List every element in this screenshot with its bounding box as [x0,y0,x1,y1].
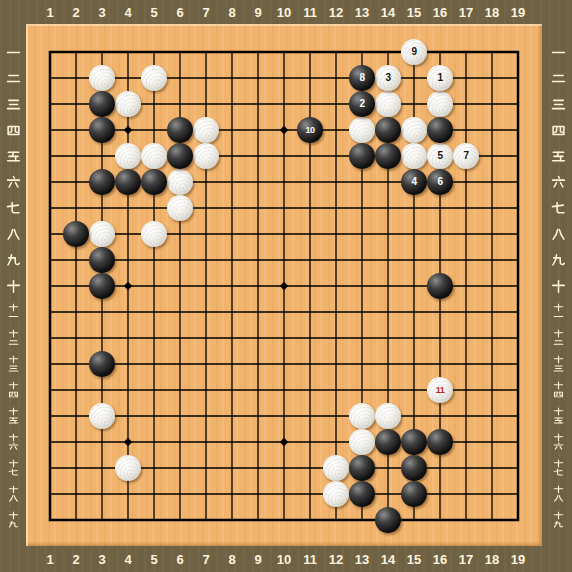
stone-white-15-1: 9 [401,39,427,65]
stone-white-16-3 [427,91,453,117]
move-number: 1 [437,73,442,83]
stone-white-3-15 [89,403,115,429]
coord-left-2 [0,65,26,91]
coord-right-13 [544,351,572,377]
stone-white-15-4 [401,117,427,143]
coord-top-8: 8 [219,0,245,24]
stone-white-13-16 [349,429,375,455]
stone-white-4-17 [115,455,141,481]
goban[interactable]: 1357911821046 [26,24,542,546]
coord-left-15 [0,403,26,429]
coord-top-1: 1 [37,0,63,24]
stone-white-6-6 [167,169,193,195]
left-coordinates [0,39,26,533]
top-coordinates: 12345678910111213141516171819 [37,0,531,24]
stone-black-3-9 [89,247,115,273]
stone-black-3-6 [89,169,115,195]
coord-right-17 [544,455,572,481]
coord-right-9 [544,247,572,273]
coord-left-12 [0,325,26,351]
stone-black-15-16 [401,429,427,455]
coord-left-19 [0,507,26,533]
stone-white-13-15 [349,403,375,429]
coord-top-12: 12 [323,0,349,24]
stone-black-14-4 [375,117,401,143]
coord-left-1 [0,39,26,65]
stone-black-3-3 [89,91,115,117]
coord-left-6 [0,169,26,195]
stone-white-5-2 [141,65,167,91]
coord-bottom-4: 4 [115,546,141,572]
coord-right-6 [544,169,572,195]
stone-white-12-18 [323,481,349,507]
coord-bottom-13: 13 [349,546,375,572]
stone-white-4-3 [115,91,141,117]
stone-white-13-4 [349,117,375,143]
coord-right-7 [544,195,572,221]
coord-top-4: 4 [115,0,141,24]
coord-left-3 [0,91,26,117]
stones-grid: 1357911821046 [37,39,531,533]
stone-white-3-8 [89,221,115,247]
stone-black-3-10 [89,273,115,299]
stone-white-16-14: 11 [427,377,453,403]
coord-top-6: 6 [167,0,193,24]
coord-bottom-12: 12 [323,546,349,572]
bottom-coordinates: 12345678910111213141516171819 [37,546,531,572]
stone-white-5-5 [141,143,167,169]
stone-black-11-4: 10 [297,117,323,143]
coord-left-18 [0,481,26,507]
coord-right-2 [544,65,572,91]
stone-white-6-7 [167,195,193,221]
coord-bottom-9: 9 [245,546,271,572]
stone-black-16-4 [427,117,453,143]
stone-black-14-19 [375,507,401,533]
stone-black-6-5 [167,143,193,169]
coord-left-11 [0,299,26,325]
coord-left-9 [0,247,26,273]
coord-left-13 [0,351,26,377]
move-number: 7 [463,151,468,161]
stone-white-14-15 [375,403,401,429]
coord-left-14 [0,377,26,403]
stone-black-6-4 [167,117,193,143]
coord-top-18: 18 [479,0,505,24]
move-number: 5 [437,151,442,161]
coord-right-19 [544,507,572,533]
coord-right-1 [544,39,572,65]
coord-top-13: 13 [349,0,375,24]
stone-white-16-2: 1 [427,65,453,91]
stone-black-13-2: 8 [349,65,375,91]
coord-bottom-3: 3 [89,546,115,572]
move-number: 10 [305,126,314,135]
stone-white-15-5 [401,143,427,169]
coord-left-10 [0,273,26,299]
coord-bottom-1: 1 [37,546,63,572]
stone-black-4-6 [115,169,141,195]
coord-bottom-8: 8 [219,546,245,572]
coord-bottom-19: 19 [505,546,531,572]
coord-top-7: 7 [193,0,219,24]
coord-left-5 [0,143,26,169]
coord-bottom-6: 6 [167,546,193,572]
move-number: 8 [359,73,364,83]
coord-bottom-17: 17 [453,546,479,572]
coord-bottom-5: 5 [141,546,167,572]
coord-top-19: 19 [505,0,531,24]
coord-right-15 [544,403,572,429]
stone-white-3-2 [89,65,115,91]
stone-black-14-5 [375,143,401,169]
coord-right-4 [544,117,572,143]
coord-right-8 [544,221,572,247]
stone-black-16-10 [427,273,453,299]
stone-white-7-5 [193,143,219,169]
stone-white-14-2: 3 [375,65,401,91]
coord-top-16: 16 [427,0,453,24]
stone-black-13-17 [349,455,375,481]
coord-top-17: 17 [453,0,479,24]
coord-bottom-11: 11 [297,546,323,572]
stone-black-13-18 [349,481,375,507]
coord-right-5 [544,143,572,169]
coord-right-16 [544,429,572,455]
coord-bottom-18: 18 [479,546,505,572]
stone-white-12-17 [323,455,349,481]
stone-black-5-6 [141,169,167,195]
coord-top-10: 10 [271,0,297,24]
stone-black-13-5 [349,143,375,169]
coord-left-16 [0,429,26,455]
coord-bottom-14: 14 [375,546,401,572]
coord-bottom-16: 16 [427,546,453,572]
stone-black-15-17 [401,455,427,481]
coord-left-17 [0,455,26,481]
move-number: 2 [359,99,364,109]
move-number: 9 [411,47,416,57]
stone-black-3-13 [89,351,115,377]
coord-left-8 [0,221,26,247]
stone-black-15-6: 4 [401,169,427,195]
coord-bottom-15: 15 [401,546,427,572]
stone-white-4-5 [115,143,141,169]
stone-black-15-18 [401,481,427,507]
coord-right-3 [544,91,572,117]
move-number: 3 [385,73,390,83]
coord-top-11: 11 [297,0,323,24]
stone-white-16-5: 5 [427,143,453,169]
coord-left-4 [0,117,26,143]
coord-left-7 [0,195,26,221]
stone-black-2-8 [63,221,89,247]
stone-black-14-16 [375,429,401,455]
stone-white-14-3 [375,91,401,117]
coord-bottom-2: 2 [63,546,89,572]
stone-white-5-8 [141,221,167,247]
coord-top-14: 14 [375,0,401,24]
coord-top-15: 15 [401,0,427,24]
coord-top-3: 3 [89,0,115,24]
stone-white-7-4 [193,117,219,143]
coord-bottom-7: 7 [193,546,219,572]
stone-black-13-3: 2 [349,91,375,117]
stone-black-3-4 [89,117,115,143]
go-diagram: 12345678910111213141516171819 1234567891… [0,0,572,572]
coord-bottom-10: 10 [271,546,297,572]
stone-black-16-6: 6 [427,169,453,195]
coord-top-9: 9 [245,0,271,24]
coord-right-18 [544,481,572,507]
coord-right-11 [544,299,572,325]
move-number: 6 [437,177,442,187]
coord-right-10 [544,273,572,299]
coord-top-5: 5 [141,0,167,24]
coord-right-14 [544,377,572,403]
coord-top-2: 2 [63,0,89,24]
right-coordinates [544,39,572,533]
coord-right-12 [544,325,572,351]
stone-black-16-16 [427,429,453,455]
move-number: 4 [411,177,416,187]
move-number: 11 [436,386,445,395]
stone-white-17-5: 7 [453,143,479,169]
